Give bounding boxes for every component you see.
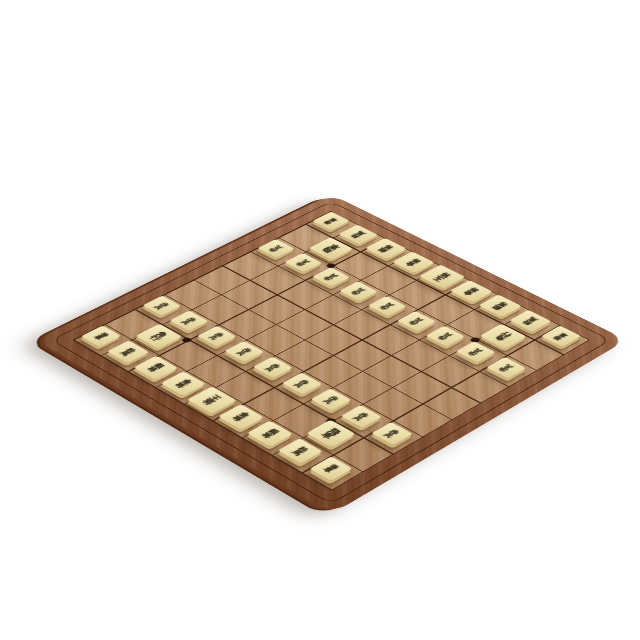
- piece-gote-lance[interactable]: 香車: [312, 212, 350, 231]
- piece-gote-pawn[interactable]: 歩兵: [397, 311, 436, 332]
- piece-kanji: 歩兵: [224, 341, 264, 363]
- piece-kanji: 歩兵: [258, 239, 296, 258]
- piece-gote-rook[interactable]: 飛車: [309, 237, 353, 260]
- piece-gote-pawn[interactable]: 歩兵: [340, 281, 379, 301]
- piece-sente-silver[interactable]: 銀将: [134, 355, 178, 379]
- piece-kanji: 角行: [136, 324, 182, 349]
- hoshi-dot: [181, 337, 194, 344]
- piece-sente-pawn[interactable]: 歩兵: [142, 296, 181, 316]
- piece-sente-pawn[interactable]: 歩兵: [371, 422, 413, 446]
- piece-gote-pawn[interactable]: 歩兵: [456, 341, 496, 363]
- piece-sente-knight[interactable]: 桂馬: [278, 438, 323, 464]
- piece-kanji: 歩兵: [285, 253, 323, 272]
- piece-kanji: 香車: [540, 325, 580, 347]
- piece-sente-rook[interactable]: 飛車: [306, 420, 355, 448]
- piece-kanji: 銀将: [247, 421, 293, 447]
- piece-kanji: 歩兵: [340, 405, 381, 428]
- piece-kanji: 歩兵: [281, 372, 322, 394]
- piece-gote-gold[interactable]: 金将: [449, 280, 492, 302]
- piece-kanji: 歩兵: [311, 389, 352, 412]
- piece-kanji: 銀将: [134, 355, 178, 379]
- shogi-board: 香車桂馬銀将金将玉将金将銀将桂馬香車飛車角行歩兵歩兵歩兵歩兵歩兵歩兵歩兵歩兵歩兵…: [35, 194, 626, 514]
- piece-sente-pawn[interactable]: 歩兵: [253, 357, 293, 379]
- piece-kanji: 歩兵: [340, 281, 379, 301]
- piece-gote-knight[interactable]: 桂馬: [338, 225, 378, 245]
- board-field: 香車桂馬銀将金将玉将金将銀将桂馬香車飛車角行歩兵歩兵歩兵歩兵歩兵歩兵歩兵歩兵歩兵…: [72, 211, 590, 491]
- piece-gote-silver[interactable]: 銀将: [479, 295, 522, 318]
- piece-kanji: 歩兵: [368, 296, 407, 316]
- piece-kanji: 歩兵: [371, 422, 413, 446]
- piece-kanji: 歩兵: [196, 326, 235, 347]
- piece-sente-pawn[interactable]: 歩兵: [311, 389, 352, 412]
- piece-kanji: 歩兵: [169, 311, 208, 332]
- piece-sente-pawn[interactable]: 歩兵: [340, 405, 381, 428]
- piece-kanji: 歩兵: [312, 267, 350, 287]
- piece-kanji: 銀将: [365, 238, 407, 259]
- piece-sente-pawn[interactable]: 歩兵: [169, 311, 208, 332]
- piece-kanji: 角行: [480, 324, 527, 349]
- piece-kanji: 歩兵: [397, 311, 436, 332]
- piece-sente-lance[interactable]: 香車: [309, 456, 352, 481]
- piece-kanji: 飛車: [306, 420, 355, 448]
- piece-kanji: 桂馬: [107, 340, 150, 363]
- photo-stage: 香車桂馬銀将金将玉将金将銀将桂馬香車飛車角行歩兵歩兵歩兵歩兵歩兵歩兵歩兵歩兵歩兵…: [0, 0, 640, 640]
- piece-gote-pawn[interactable]: 歩兵: [486, 357, 526, 379]
- piece-sente-lance[interactable]: 香車: [81, 325, 121, 347]
- piece-sente-pawn[interactable]: 歩兵: [196, 326, 235, 347]
- piece-kanji: 香車: [312, 212, 350, 231]
- piece-sente-pawn[interactable]: 歩兵: [224, 341, 264, 363]
- piece-kanji: 銀将: [479, 295, 522, 318]
- piece-sente-silver[interactable]: 銀将: [247, 421, 293, 447]
- piece-sente-pawn[interactable]: 歩兵: [281, 372, 322, 394]
- piece-gote-lance[interactable]: 香車: [540, 325, 580, 347]
- piece-kanji: 歩兵: [426, 326, 466, 347]
- piece-kanji: 歩兵: [456, 341, 496, 363]
- piece-sente-gold[interactable]: 金将: [218, 404, 264, 430]
- piece-gote-silver[interactable]: 銀将: [365, 238, 407, 259]
- piece-kanji: 香車: [309, 456, 352, 481]
- piece-kanji: 歩兵: [142, 296, 181, 316]
- piece-kanji: 桂馬: [338, 225, 378, 245]
- piece-gote-pawn[interactable]: 歩兵: [285, 253, 323, 272]
- piece-kanji: 金将: [218, 404, 264, 430]
- piece-kanji: 金将: [449, 280, 492, 302]
- piece-gote-pawn[interactable]: 歩兵: [426, 326, 466, 347]
- piece-kanji: 桂馬: [509, 310, 551, 332]
- piece-kanji: 歩兵: [253, 357, 293, 379]
- piece-kanji: 歩兵: [486, 357, 526, 379]
- piece-gote-pawn[interactable]: 歩兵: [368, 296, 407, 316]
- piece-gote-pawn[interactable]: 歩兵: [258, 239, 296, 258]
- piece-sente-bishop[interactable]: 角行: [136, 324, 182, 349]
- piece-gote-pawn[interactable]: 歩兵: [312, 267, 350, 287]
- piece-gote-knight[interactable]: 桂馬: [509, 310, 551, 332]
- piece-kanji: 香車: [81, 325, 121, 347]
- piece-kanji: 桂馬: [278, 438, 323, 464]
- piece-gote-bishop[interactable]: 角行: [480, 324, 527, 349]
- piece-sente-knight[interactable]: 桂馬: [107, 340, 150, 363]
- piece-kanji: 飛車: [309, 237, 353, 260]
